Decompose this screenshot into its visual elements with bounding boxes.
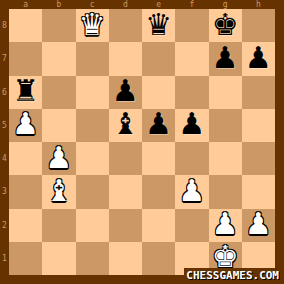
- square-a3: [9, 175, 42, 208]
- square-c4: [76, 142, 109, 175]
- file-label-b: b: [42, 0, 75, 9]
- square-f6: [175, 76, 208, 109]
- square-c8: ♛: [76, 9, 109, 42]
- square-d3: [109, 175, 142, 208]
- square-c7: [76, 42, 109, 75]
- square-e5: ♟: [142, 109, 175, 142]
- rank-label-8: 8: [0, 9, 9, 42]
- white-pawn-f3: ♟: [178, 176, 205, 206]
- square-e2: [142, 209, 175, 242]
- square-h7: ♟: [242, 42, 275, 75]
- rank-labels: 87654321: [0, 9, 9, 275]
- square-g2: ♟: [209, 209, 242, 242]
- square-e3: [142, 175, 175, 208]
- square-a1: [9, 242, 42, 275]
- black-pawn-e5: ♟: [145, 109, 172, 139]
- square-d6: ♟: [109, 76, 142, 109]
- black-bishop-d5: ♝: [112, 109, 139, 139]
- black-pawn-h7: ♟: [245, 43, 272, 73]
- square-b3: ♝: [42, 175, 75, 208]
- square-e7: [142, 42, 175, 75]
- file-label-h: h: [242, 0, 275, 9]
- square-g7: ♟: [209, 42, 242, 75]
- square-c2: [76, 209, 109, 242]
- square-g5: [209, 109, 242, 142]
- square-b2: [42, 209, 75, 242]
- square-d8: [109, 9, 142, 42]
- file-label-f: f: [175, 0, 208, 9]
- square-b7: [42, 42, 75, 75]
- square-b1: [42, 242, 75, 275]
- square-g8: ♚: [209, 9, 242, 42]
- square-e8: ♛: [142, 9, 175, 42]
- white-pawn-a5: ♟: [12, 109, 39, 139]
- chess-board-frame: abcdefgh 87654321 ♛♛♚♟♟♜♟♟♝♟♟♟♝♟♟♟♚ CHES…: [0, 0, 284, 284]
- rank-label-2: 2: [0, 209, 9, 242]
- square-h8: [242, 9, 275, 42]
- square-e4: [142, 142, 175, 175]
- file-label-a: a: [9, 0, 42, 9]
- square-d1: [109, 242, 142, 275]
- square-f4: [175, 142, 208, 175]
- square-a7: [9, 42, 42, 75]
- square-b5: [42, 109, 75, 142]
- square-b8: [42, 9, 75, 42]
- square-a4: [9, 142, 42, 175]
- square-h3: [242, 175, 275, 208]
- chessgames-watermark: CHESSGAMES.COM: [184, 268, 281, 284]
- file-label-d: d: [109, 0, 142, 9]
- square-a2: [9, 209, 42, 242]
- square-f5: ♟: [175, 109, 208, 142]
- square-f8: [175, 9, 208, 42]
- square-c3: [76, 175, 109, 208]
- square-d7: [109, 42, 142, 75]
- white-queen-c8: ♛: [79, 10, 106, 40]
- black-pawn-f5: ♟: [178, 109, 205, 139]
- black-pawn-g7: ♟: [212, 43, 239, 73]
- square-h4: [242, 142, 275, 175]
- rank-label-3: 3: [0, 175, 9, 208]
- square-g3: [209, 175, 242, 208]
- square-f7: [175, 42, 208, 75]
- square-b4: ♟: [42, 142, 75, 175]
- square-a6: ♜: [9, 76, 42, 109]
- square-d4: [109, 142, 142, 175]
- square-a8: [9, 9, 42, 42]
- rank-label-7: 7: [0, 42, 9, 75]
- square-h2: ♟: [242, 209, 275, 242]
- square-e6: [142, 76, 175, 109]
- black-pawn-d6: ♟: [112, 76, 139, 106]
- square-f2: [175, 209, 208, 242]
- white-pawn-h2: ♟: [245, 209, 272, 239]
- rank-label-1: 1: [0, 242, 9, 275]
- square-c5: [76, 109, 109, 142]
- rank-label-4: 4: [0, 142, 9, 175]
- rank-label-5: 5: [0, 109, 9, 142]
- rank-label-6: 6: [0, 76, 9, 109]
- square-d5: ♝: [109, 109, 142, 142]
- square-g4: [209, 142, 242, 175]
- square-h6: [242, 76, 275, 109]
- black-queen-e8: ♛: [145, 10, 172, 40]
- chess-board: ♛♛♚♟♟♜♟♟♝♟♟♟♝♟♟♟♚: [9, 9, 275, 275]
- black-king-g8: ♚: [212, 10, 239, 40]
- square-a5: ♟: [9, 109, 42, 142]
- square-h5: [242, 109, 275, 142]
- square-c1: [76, 242, 109, 275]
- white-bishop-b3: ♝: [45, 176, 72, 206]
- square-d2: [109, 209, 142, 242]
- white-pawn-b4: ♟: [45, 143, 72, 173]
- square-b6: [42, 76, 75, 109]
- black-rook-a6: ♜: [12, 76, 39, 106]
- white-pawn-g2: ♟: [212, 209, 239, 239]
- square-c6: [76, 76, 109, 109]
- square-f3: ♟: [175, 175, 208, 208]
- square-e1: [142, 242, 175, 275]
- square-g6: [209, 76, 242, 109]
